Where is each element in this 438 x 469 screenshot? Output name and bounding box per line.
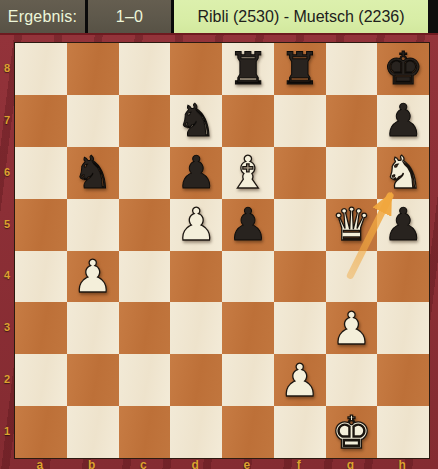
square-e2[interactable] xyxy=(222,354,274,406)
square-g8[interactable] xyxy=(326,43,378,95)
piece-white-pawn-g3[interactable]: ♟ xyxy=(326,302,378,354)
square-b8[interactable] xyxy=(67,43,119,95)
square-f3[interactable] xyxy=(274,302,326,354)
piece-white-knight-h6[interactable]: ♞ xyxy=(377,147,429,199)
square-e7[interactable] xyxy=(222,95,274,147)
file-label-a: a xyxy=(14,458,66,469)
square-d3[interactable] xyxy=(170,302,222,354)
piece-white-pawn-b4[interactable]: ♟ xyxy=(67,251,119,303)
piece-black-pawn-e5[interactable]: ♟ xyxy=(222,199,274,251)
square-c1[interactable] xyxy=(119,406,171,458)
piece-white-pawn-d5[interactable]: ♟ xyxy=(170,199,222,251)
square-a7[interactable] xyxy=(15,95,67,147)
square-f6[interactable] xyxy=(274,147,326,199)
piece-black-pawn-h7[interactable]: ♟ xyxy=(377,95,429,147)
square-h2[interactable] xyxy=(377,354,429,406)
square-h1[interactable] xyxy=(377,406,429,458)
chess-board-frame: ♜♜♚♞♟♞♟♝♞♟♟♛♟♟♟♟♚ 87654321abcdefgh xyxy=(0,33,438,469)
square-h3[interactable] xyxy=(377,302,429,354)
piece-white-pawn-f2[interactable]: ♟ xyxy=(274,354,326,406)
square-b3[interactable] xyxy=(67,302,119,354)
square-d4[interactable] xyxy=(170,251,222,303)
result-label: Ergebnis: xyxy=(0,0,88,33)
rank-label-7: 7 xyxy=(0,94,14,146)
chess-board: ♜♜♚♞♟♞♟♝♞♟♟♛♟♟♟♟♚ xyxy=(14,42,430,459)
file-label-c: c xyxy=(118,458,170,469)
square-a6[interactable] xyxy=(15,147,67,199)
piece-white-king-g1[interactable]: ♚ xyxy=(326,406,378,458)
result-value: 1–0 xyxy=(88,0,174,33)
rank-label-5: 5 xyxy=(0,198,14,250)
piece-black-knight-b6[interactable]: ♞ xyxy=(67,147,119,199)
square-a2[interactable] xyxy=(15,354,67,406)
result-bar: Ergebnis: 1–0 Ribli (2530) - Muetsch (22… xyxy=(0,0,438,33)
square-b2[interactable] xyxy=(67,354,119,406)
piece-black-rook-f8[interactable]: ♜ xyxy=(274,43,326,95)
rank-label-2: 2 xyxy=(0,353,14,405)
square-d8[interactable] xyxy=(170,43,222,95)
square-a4[interactable] xyxy=(15,251,67,303)
square-a3[interactable] xyxy=(15,302,67,354)
file-label-b: b xyxy=(66,458,118,469)
piece-black-rook-e8[interactable]: ♜ xyxy=(222,43,274,95)
square-c7[interactable] xyxy=(119,95,171,147)
file-label-g: g xyxy=(325,458,377,469)
square-b7[interactable] xyxy=(67,95,119,147)
square-a8[interactable] xyxy=(15,43,67,95)
piece-white-queen-g5[interactable]: ♛ xyxy=(326,199,378,251)
square-a5[interactable] xyxy=(15,199,67,251)
file-label-e: e xyxy=(221,458,273,469)
file-label-h: h xyxy=(376,458,428,469)
square-e3[interactable] xyxy=(222,302,274,354)
piece-black-pawn-h5[interactable]: ♟ xyxy=(377,199,429,251)
square-g2[interactable] xyxy=(326,354,378,406)
players-title: Ribli (2530) - Muetsch (2236) xyxy=(174,0,428,33)
square-g4[interactable] xyxy=(326,251,378,303)
square-f1[interactable] xyxy=(274,406,326,458)
square-f4[interactable] xyxy=(274,251,326,303)
square-c5[interactable] xyxy=(119,199,171,251)
square-g6[interactable] xyxy=(326,147,378,199)
square-c3[interactable] xyxy=(119,302,171,354)
square-h4[interactable] xyxy=(377,251,429,303)
piece-black-king-h8[interactable]: ♚ xyxy=(377,43,429,95)
square-c4[interactable] xyxy=(119,251,171,303)
rank-label-3: 3 xyxy=(0,301,14,353)
square-d1[interactable] xyxy=(170,406,222,458)
piece-black-knight-d7[interactable]: ♞ xyxy=(170,95,222,147)
file-label-d: d xyxy=(169,458,221,469)
square-f7[interactable] xyxy=(274,95,326,147)
rank-label-8: 8 xyxy=(0,42,14,94)
square-e4[interactable] xyxy=(222,251,274,303)
rank-label-4: 4 xyxy=(0,250,14,302)
piece-white-bishop-e6[interactable]: ♝ xyxy=(222,147,274,199)
square-c8[interactable] xyxy=(119,43,171,95)
square-b5[interactable] xyxy=(67,199,119,251)
square-d2[interactable] xyxy=(170,354,222,406)
square-a1[interactable] xyxy=(15,406,67,458)
piece-black-pawn-d6[interactable]: ♟ xyxy=(170,147,222,199)
square-g7[interactable] xyxy=(326,95,378,147)
rank-label-6: 6 xyxy=(0,146,14,198)
square-b1[interactable] xyxy=(67,406,119,458)
file-label-f: f xyxy=(273,458,325,469)
header-edge xyxy=(428,0,438,33)
square-c6[interactable] xyxy=(119,147,171,199)
square-f5[interactable] xyxy=(274,199,326,251)
square-c2[interactable] xyxy=(119,354,171,406)
square-e1[interactable] xyxy=(222,406,274,458)
rank-label-1: 1 xyxy=(0,405,14,457)
